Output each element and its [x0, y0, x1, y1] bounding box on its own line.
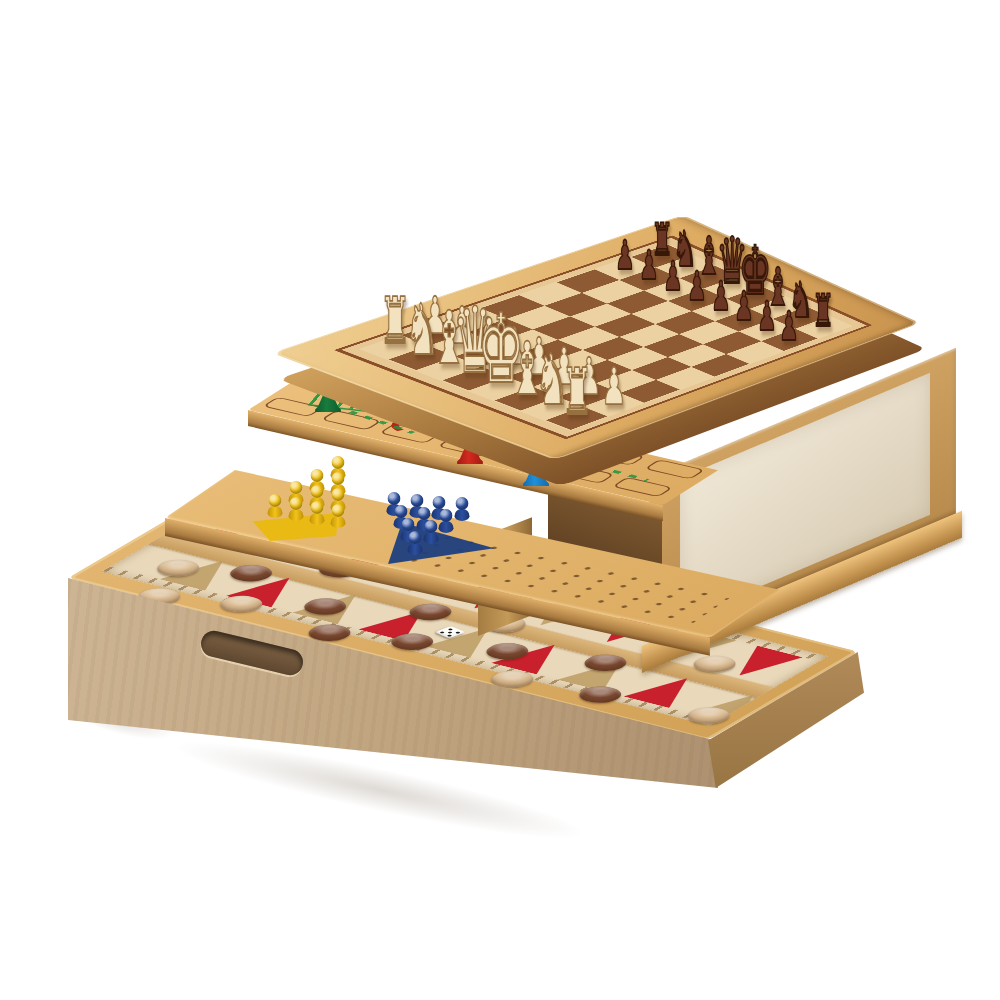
die-pip [447, 628, 453, 630]
peg-head [332, 456, 345, 469]
game-box-scene: ♜♞♝♛♚♝♞♜♟♟♟♟♟♟♟♟♟♟♟♟♟♟♟♟♜♞♝♛♚♝♞♜ [0, 0, 1000, 1000]
die[interactable] [434, 626, 465, 638]
peg-head [455, 497, 468, 510]
die-pip [446, 634, 452, 636]
peg-base [331, 468, 346, 480]
die-pip [455, 631, 461, 633]
die-pip [439, 631, 445, 633]
die-pip [447, 631, 453, 633]
peg-head [332, 472, 345, 485]
peg-head [311, 469, 324, 482]
peg-yellow[interactable] [330, 456, 347, 480]
peg-head [433, 496, 446, 509]
peg-head [410, 494, 423, 507]
